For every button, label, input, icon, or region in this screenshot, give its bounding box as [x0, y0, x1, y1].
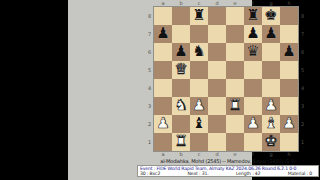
- square-g7: ♟: [262, 25, 280, 43]
- square-e4: [226, 79, 244, 97]
- square-g5: [262, 61, 280, 79]
- square-a2: ♟: [154, 115, 172, 133]
- square-e7: [226, 25, 244, 43]
- square-a4: [154, 79, 172, 97]
- coord-label: 6: [299, 43, 306, 61]
- square-d2: [208, 115, 226, 133]
- square-c4: [190, 79, 208, 97]
- black-pawn-icon: ♟: [280, 43, 298, 61]
- square-b5: ♛: [172, 61, 190, 79]
- rank-labels-left: 87654321: [146, 7, 153, 151]
- coord-label: 3: [146, 97, 153, 115]
- square-e5: [226, 61, 244, 79]
- coord-label: 7: [299, 25, 306, 43]
- square-c5: [190, 61, 208, 79]
- square-h5: [280, 61, 298, 79]
- square-b2: [172, 115, 190, 133]
- square-b3: ♞: [172, 97, 190, 115]
- coord-label: 3: [299, 97, 306, 115]
- coord-label: 5: [299, 61, 306, 79]
- coord-label: a: [154, 0, 172, 7]
- coord-label: b: [172, 151, 190, 158]
- square-a7: ♟: [154, 25, 172, 43]
- square-f1: [244, 133, 262, 151]
- black-pawn-icon: ♟: [172, 43, 190, 61]
- square-g1: ♚: [262, 133, 280, 151]
- square-c7: [190, 25, 208, 43]
- coord-label: g: [262, 151, 280, 158]
- square-b6: ♟: [172, 43, 190, 61]
- square-g4: [262, 79, 280, 97]
- next-move-label: Next : 31.: [188, 171, 209, 176]
- coord-label: 1: [146, 133, 153, 151]
- square-a1: [154, 133, 172, 151]
- white-pawn-icon: ♟: [280, 115, 298, 133]
- diagram-panel: abcdefgh abcdefgh 87654321 87654321 ♜♜♚♟…: [68, 0, 252, 180]
- square-f7: ♟: [244, 25, 262, 43]
- square-g6: [262, 43, 280, 61]
- square-f3: [244, 97, 262, 115]
- square-f4: [244, 79, 262, 97]
- coord-label: 4: [299, 79, 306, 97]
- square-c8: ♜: [190, 7, 208, 25]
- square-d7: [208, 25, 226, 43]
- coord-label: a: [154, 151, 172, 158]
- square-d4: [208, 79, 226, 97]
- square-d8: [208, 7, 226, 25]
- length-label: Length : 42: [236, 171, 261, 176]
- white-queen-icon: ♛: [172, 61, 190, 79]
- square-e8: [226, 7, 244, 25]
- square-e2: [226, 115, 244, 133]
- square-c6: ♞: [190, 43, 208, 61]
- square-h1: [280, 133, 298, 151]
- players-caption: al-Modiahka, Mohd (2545) -- Mamedov, Edg…: [136, 158, 320, 164]
- coord-label: h: [280, 151, 298, 158]
- coord-label: 2: [299, 115, 306, 133]
- coord-label: f: [244, 151, 262, 158]
- black-rook-icon: ♜: [190, 7, 208, 25]
- square-a8: [154, 7, 172, 25]
- square-c2: ♝: [190, 115, 208, 133]
- square-f2: ♟: [244, 115, 262, 133]
- coord-label: 8: [146, 7, 153, 25]
- square-d5: [208, 61, 226, 79]
- square-e3: ♜: [226, 97, 244, 115]
- material-label: Material : 0: [288, 171, 312, 176]
- black-knight-icon: ♞: [190, 43, 208, 61]
- square-c1: [190, 133, 208, 151]
- white-pawn-icon: ♟: [190, 97, 208, 115]
- black-bishop-icon: ♝: [190, 115, 208, 133]
- white-bishop-icon: ♝: [262, 115, 280, 133]
- coord-label: h: [280, 0, 298, 7]
- square-b7: [172, 25, 190, 43]
- white-knight-icon: ♞: [172, 97, 190, 115]
- square-f6: ♛: [244, 43, 262, 61]
- square-g8: ♚: [262, 7, 280, 25]
- game-info-box: Event : FIDE World Rapid Team, Almaty KA…: [137, 165, 319, 177]
- black-pawn-icon: ♟: [244, 25, 262, 43]
- coord-label: 4: [146, 79, 153, 97]
- file-labels-bottom: abcdefgh: [154, 151, 298, 158]
- square-b8: [172, 7, 190, 25]
- square-h8: [280, 7, 298, 25]
- move-info-row: 30 : Bxc2 Next : 31. Length : 42 Materia…: [138, 171, 318, 176]
- square-h2: ♟: [280, 115, 298, 133]
- coord-label: 7: [146, 25, 153, 43]
- square-h6: ♟: [280, 43, 298, 61]
- coord-label: 1: [299, 133, 306, 151]
- chess-board: ♜♜♚♟♟♟♟♞♛♟♛♞♟♜♟♟♝♟♝♟♜♚: [154, 7, 298, 151]
- square-b4: [172, 79, 190, 97]
- black-pawn-icon: ♟: [154, 25, 172, 43]
- square-e1: [226, 133, 244, 151]
- coord-label: 5: [146, 61, 153, 79]
- coord-label: e: [226, 0, 244, 7]
- square-e6: [226, 43, 244, 61]
- square-c3: ♟: [190, 97, 208, 115]
- square-d3: [208, 97, 226, 115]
- coord-label: b: [172, 0, 190, 7]
- square-f5: [244, 61, 262, 79]
- square-a5: [154, 61, 172, 79]
- rank-labels-right: 87654321: [299, 7, 306, 151]
- white-pawn-icon: ♟: [262, 97, 280, 115]
- white-pawn-icon: ♟: [244, 115, 262, 133]
- white-rook-icon: ♜: [172, 133, 190, 151]
- coord-label: c: [190, 151, 208, 158]
- white-king-icon: ♚: [262, 133, 280, 151]
- coord-label: d: [208, 151, 226, 158]
- square-h4: [280, 79, 298, 97]
- square-f8: ♜: [244, 7, 262, 25]
- coord-label: 6: [146, 43, 153, 61]
- coord-label: e: [226, 151, 244, 158]
- coord-label: 8: [299, 7, 306, 25]
- square-b1: ♜: [172, 133, 190, 151]
- white-pawn-icon: ♟: [154, 115, 172, 133]
- square-a6: [154, 43, 172, 61]
- coord-label: d: [208, 0, 226, 7]
- square-d6: [208, 43, 226, 61]
- square-h3: [280, 97, 298, 115]
- square-g3: ♟: [262, 97, 280, 115]
- move-played-label: 30 : Bxc2: [140, 171, 160, 176]
- white-rook-icon: ♜: [226, 97, 244, 115]
- black-queen-icon: ♛: [244, 43, 262, 61]
- square-g2: ♝: [262, 115, 280, 133]
- square-a3: [154, 97, 172, 115]
- black-pawn-icon: ♟: [262, 25, 280, 43]
- square-h7: [280, 25, 298, 43]
- square-d1: [208, 133, 226, 151]
- black-rook-icon: ♜: [244, 7, 262, 25]
- coord-label: 2: [146, 115, 153, 133]
- black-king-icon: ♚: [262, 7, 280, 25]
